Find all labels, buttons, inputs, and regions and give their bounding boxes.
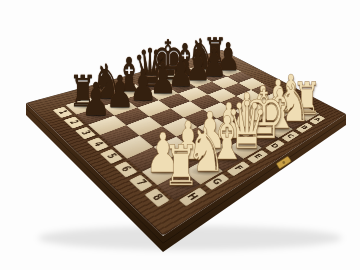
product-photo: ABCDEFGH12345678 ♜♟♟♜♞♟♟♞♝♟♟♝♚♟♟♚♛♟♟♛♝♟♟… xyxy=(0,0,360,270)
